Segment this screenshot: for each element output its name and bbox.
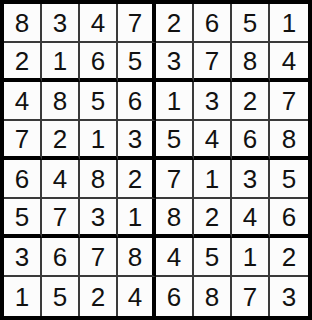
cell-r6c5: 8 xyxy=(156,199,194,238)
cell-r5c6: 1 xyxy=(194,160,232,199)
cell-r1c6: 6 xyxy=(194,4,232,43)
cell-r1c4: 7 xyxy=(118,4,156,43)
cell-r4c8: 8 xyxy=(270,121,308,160)
cell-r1c5: 2 xyxy=(156,4,194,43)
cell-r7c5: 4 xyxy=(156,238,194,277)
cell-r4c3: 1 xyxy=(80,121,118,160)
cell-r6c1: 5 xyxy=(4,199,42,238)
cell-r2c2: 1 xyxy=(42,43,80,82)
cell-r8c2: 5 xyxy=(42,277,80,316)
cell-r5c4: 2 xyxy=(118,160,156,199)
cell-r7c7: 1 xyxy=(232,238,270,277)
cell-r2c8: 4 xyxy=(270,43,308,82)
cell-r6c8: 6 xyxy=(270,199,308,238)
cell-r3c5: 1 xyxy=(156,82,194,121)
cell-r5c1: 6 xyxy=(4,160,42,199)
cell-r4c5: 5 xyxy=(156,121,194,160)
cell-r8c7: 7 xyxy=(232,277,270,316)
cell-r5c5: 7 xyxy=(156,160,194,199)
cell-r7c4: 8 xyxy=(118,238,156,277)
cell-r8c6: 8 xyxy=(194,277,232,316)
cell-r8c4: 4 xyxy=(118,277,156,316)
cell-r2c4: 5 xyxy=(118,43,156,82)
cell-r6c3: 3 xyxy=(80,199,118,238)
cell-r2c5: 3 xyxy=(156,43,194,82)
cell-r8c8: 3 xyxy=(270,277,308,316)
cell-r1c8: 1 xyxy=(270,4,308,43)
cell-r7c1: 3 xyxy=(4,238,42,277)
cell-r2c7: 8 xyxy=(232,43,270,82)
cell-r8c5: 6 xyxy=(156,277,194,316)
cell-r4c1: 7 xyxy=(4,121,42,160)
cell-r3c2: 8 xyxy=(42,82,80,121)
cell-r2c3: 6 xyxy=(80,43,118,82)
cell-r4c4: 3 xyxy=(118,121,156,160)
cell-r5c3: 8 xyxy=(80,160,118,199)
cell-r1c1: 8 xyxy=(4,4,42,43)
cell-r5c8: 5 xyxy=(270,160,308,199)
cell-r7c2: 6 xyxy=(42,238,80,277)
cell-r6c7: 4 xyxy=(232,199,270,238)
cell-r4c6: 4 xyxy=(194,121,232,160)
cell-r7c3: 7 xyxy=(80,238,118,277)
cell-r2c6: 7 xyxy=(194,43,232,82)
cell-r8c3: 2 xyxy=(80,277,118,316)
cell-r6c2: 7 xyxy=(42,199,80,238)
cell-r7c8: 2 xyxy=(270,238,308,277)
cell-r3c6: 3 xyxy=(194,82,232,121)
sudoku-board: 8347265121653784485613277213546864827135… xyxy=(0,0,312,320)
cell-r8c1: 1 xyxy=(4,277,42,316)
cell-r3c1: 4 xyxy=(4,82,42,121)
cell-r3c4: 6 xyxy=(118,82,156,121)
cell-r3c3: 5 xyxy=(80,82,118,121)
cell-r1c2: 3 xyxy=(42,4,80,43)
cell-r2c1: 2 xyxy=(4,43,42,82)
sudoku-board-frame: 8347265121653784485613277213546864827135… xyxy=(0,0,312,320)
cell-r7c6: 5 xyxy=(194,238,232,277)
cell-r5c2: 4 xyxy=(42,160,80,199)
cell-r5c7: 3 xyxy=(232,160,270,199)
cell-r4c2: 2 xyxy=(42,121,80,160)
cell-r6c4: 1 xyxy=(118,199,156,238)
cell-r1c3: 4 xyxy=(80,4,118,43)
cell-r3c7: 2 xyxy=(232,82,270,121)
cell-r1c7: 5 xyxy=(232,4,270,43)
cell-r3c8: 7 xyxy=(270,82,308,121)
cell-r4c7: 6 xyxy=(232,121,270,160)
cell-r6c6: 2 xyxy=(194,199,232,238)
